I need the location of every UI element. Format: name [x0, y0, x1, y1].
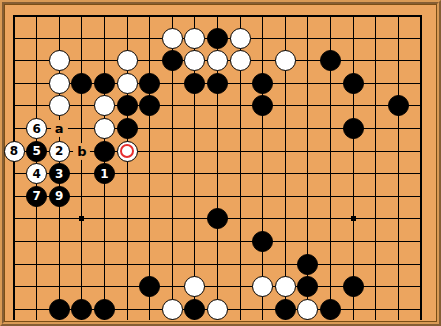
black-stone [297, 276, 318, 297]
red-circle-marker [120, 144, 134, 158]
black-stone [252, 73, 273, 94]
white-stone [297, 299, 318, 320]
black-stone [343, 276, 364, 297]
black-stone [139, 276, 160, 297]
marked-white-stone [117, 141, 138, 162]
black-stone [184, 299, 205, 320]
white-stone [184, 50, 205, 71]
grid-line-horizontal [13, 264, 422, 265]
black-stone-move-1: 1 [94, 163, 115, 184]
white-stone [252, 276, 273, 297]
black-stone [207, 28, 228, 49]
white-stone [184, 28, 205, 49]
white-stone [207, 299, 228, 320]
black-stone-move-3: 3 [49, 163, 70, 184]
white-stone [94, 118, 115, 139]
white-stone [207, 50, 228, 71]
black-stone [94, 73, 115, 94]
white-stone [94, 95, 115, 116]
black-stone [252, 231, 273, 252]
black-stone [207, 73, 228, 94]
black-stone [117, 95, 138, 116]
black-stone-move-5: 5 [26, 141, 47, 162]
white-stone [117, 73, 138, 94]
black-stone [320, 50, 341, 71]
point-label-b: b [73, 143, 90, 160]
black-stone-move-7: 7 [26, 186, 47, 207]
white-stone [49, 95, 70, 116]
grid-line-horizontal [13, 105, 422, 106]
white-stone [49, 73, 70, 94]
white-stone [184, 276, 205, 297]
white-stone [117, 50, 138, 71]
white-stone-move-4: 4 [26, 163, 47, 184]
black-stone [207, 208, 228, 229]
white-stone [275, 50, 296, 71]
grid-line-horizontal [13, 241, 422, 242]
star-point [351, 216, 356, 221]
black-stone [49, 299, 70, 320]
grid-line-horizontal [13, 15, 422, 17]
black-stone [275, 299, 296, 320]
black-stone [388, 95, 409, 116]
white-stone [275, 276, 296, 297]
black-stone [94, 299, 115, 320]
white-stone-move-6: 6 [26, 118, 47, 139]
black-stone [184, 73, 205, 94]
white-stone [49, 50, 70, 71]
black-stone [117, 118, 138, 139]
white-stone [230, 28, 251, 49]
white-stone [162, 28, 183, 49]
grid-line-horizontal [13, 173, 422, 174]
white-stone-move-8: 8 [4, 141, 25, 162]
black-stone-move-9: 9 [49, 186, 70, 207]
black-stone [343, 118, 364, 139]
white-stone [162, 299, 183, 320]
white-stone [230, 50, 251, 71]
point-label-a: a [51, 120, 68, 137]
black-stone [71, 299, 92, 320]
black-stone [94, 141, 115, 162]
board-grid: 685243179ab [4, 4, 437, 322]
black-stone [162, 50, 183, 71]
grid-line-horizontal [13, 196, 422, 197]
black-stone [71, 73, 92, 94]
black-stone [320, 299, 341, 320]
white-stone-move-2: 2 [49, 141, 70, 162]
black-stone [297, 254, 318, 275]
star-point [79, 216, 84, 221]
black-stone [252, 95, 273, 116]
black-stone [139, 95, 160, 116]
black-stone [139, 73, 160, 94]
go-board: 685243179ab [0, 0, 441, 326]
black-stone [343, 73, 364, 94]
